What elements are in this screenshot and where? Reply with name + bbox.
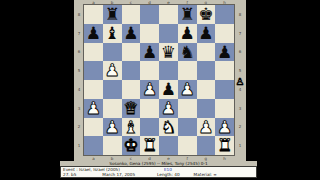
square-f5[interactable] <box>178 61 197 80</box>
material-status: Material: = <box>194 172 217 177</box>
square-d5[interactable] <box>140 61 159 80</box>
black-pawn: ♟ <box>178 24 197 43</box>
rank-label: 7 <box>234 24 246 43</box>
white-pawn: ♟ <box>140 80 159 99</box>
square-g8[interactable]: ♚ <box>197 5 216 24</box>
square-h4[interactable] <box>215 80 234 99</box>
square-g5[interactable] <box>197 61 216 80</box>
board: ♜♜♚♟♝♟♟♟♟♛♞♟♟♟♟♟♟♛♟♟♝♞♟♟♚♜♜ <box>84 5 234 155</box>
white-pawn: ♟ <box>215 118 234 137</box>
white-rook: ♜ <box>215 136 234 155</box>
current-move: 27. b5 <box>63 172 76 177</box>
square-f7[interactable]: ♟ <box>178 24 197 43</box>
black-pawn: ♟ <box>140 43 159 62</box>
square-a5[interactable] <box>84 61 103 80</box>
square-f1[interactable] <box>178 136 197 155</box>
rank-label: 6 <box>234 43 246 62</box>
black-queen: ♛ <box>159 43 178 62</box>
square-a1[interactable] <box>84 136 103 155</box>
white-pawn: ♟ <box>197 118 216 137</box>
black-king: ♚ <box>197 5 216 24</box>
square-d4[interactable]: ♟ <box>140 80 159 99</box>
black-pawn: ♟ <box>159 80 178 99</box>
square-h2[interactable]: ♟ <box>215 118 234 137</box>
white-knight: ♞ <box>159 118 178 137</box>
rank-label: 7 <box>74 24 84 43</box>
game-info-box: Event : Israel, Israel (2005) E10 27. b5… <box>60 166 257 178</box>
square-a4[interactable] <box>84 80 103 99</box>
white-pawn-icon: ♙ <box>234 75 246 88</box>
rank-label: 1 <box>74 136 84 155</box>
rank-label: 5 <box>74 61 84 80</box>
black-rook: ♜ <box>103 5 122 24</box>
square-a8[interactable] <box>84 5 103 24</box>
rank-label: 2 <box>234 118 246 137</box>
video-frame: { "game": "chess", "position": { "fen": … <box>0 0 320 180</box>
rank-label: 4 <box>74 80 84 99</box>
black-pawn: ♟ <box>197 24 216 43</box>
white-pawn: ♟ <box>159 99 178 118</box>
square-h6[interactable]: ♟ <box>215 43 234 62</box>
square-a3[interactable]: ♟ <box>84 99 103 118</box>
square-c5[interactable] <box>122 61 141 80</box>
square-d3[interactable] <box>140 99 159 118</box>
square-e1[interactable] <box>159 136 178 155</box>
square-h8[interactable] <box>215 5 234 24</box>
rank-label: 8 <box>234 5 246 24</box>
white-bishop: ♝ <box>122 118 141 137</box>
white-pawn: ♟ <box>103 118 122 137</box>
board-frame: abcdefgh 87654321 ♜♜♚♟♝♟♟♟♟♛♞♟♟♟♟♟♟♛♟♟♝♞… <box>74 0 246 161</box>
square-g3[interactable] <box>197 99 216 118</box>
square-h3[interactable] <box>215 99 234 118</box>
square-a2[interactable] <box>84 118 103 137</box>
rank-label: 1 <box>234 136 246 155</box>
rank-label: 6 <box>74 43 84 62</box>
black-pawn: ♟ <box>215 43 234 62</box>
square-h5[interactable] <box>215 61 234 80</box>
black-knight: ♞ <box>178 43 197 62</box>
square-g2[interactable]: ♟ <box>197 118 216 137</box>
black-bishop: ♝ <box>103 24 122 43</box>
rank-labels-left: 87654321 <box>74 5 84 155</box>
square-c8[interactable] <box>122 5 141 24</box>
white-king: ♚ <box>122 136 141 155</box>
black-rook: ♜ <box>178 5 197 24</box>
white-rook: ♜ <box>140 136 159 155</box>
rank-label: 3 <box>74 99 84 118</box>
square-e5[interactable] <box>159 61 178 80</box>
square-f8[interactable]: ♜ <box>178 5 197 24</box>
square-f6[interactable]: ♞ <box>178 43 197 62</box>
square-g4[interactable] <box>197 80 216 99</box>
square-h7[interactable] <box>215 24 234 43</box>
square-a6[interactable] <box>84 43 103 62</box>
white-queen: ♛ <box>122 99 141 118</box>
square-e4[interactable]: ♟ <box>159 80 178 99</box>
square-b4[interactable] <box>103 80 122 99</box>
square-d6[interactable]: ♟ <box>140 43 159 62</box>
square-e3[interactable]: ♟ <box>159 99 178 118</box>
black-pawn: ♟ <box>122 24 141 43</box>
square-e2[interactable]: ♞ <box>159 118 178 137</box>
square-b6[interactable] <box>103 43 122 62</box>
square-d1[interactable]: ♜ <box>140 136 159 155</box>
rank-label: 3 <box>234 99 246 118</box>
square-b2[interactable]: ♟ <box>103 118 122 137</box>
square-c2[interactable]: ♝ <box>122 118 141 137</box>
square-c7[interactable]: ♟ <box>122 24 141 43</box>
square-d2[interactable] <box>140 118 159 137</box>
game-length: Length: 40 <box>157 172 180 177</box>
square-b5[interactable]: ♟ <box>103 61 122 80</box>
white-pawn: ♟ <box>103 61 122 80</box>
square-f4[interactable]: ♟ <box>178 80 197 99</box>
rank-label: 2 <box>74 118 84 137</box>
square-e8[interactable] <box>159 5 178 24</box>
square-d7[interactable] <box>140 24 159 43</box>
square-g7[interactable]: ♟ <box>197 24 216 43</box>
square-c4[interactable] <box>122 80 141 99</box>
caption-bar: Sosonko, Gena (2595) -- Miles, Tony (254… <box>60 161 257 178</box>
square-f3[interactable] <box>178 99 197 118</box>
black-pawn: ♟ <box>84 24 103 43</box>
square-g6[interactable] <box>197 43 216 62</box>
square-h1[interactable]: ♜ <box>215 136 234 155</box>
square-f2[interactable] <box>178 118 197 137</box>
square-b1[interactable] <box>103 136 122 155</box>
square-b3[interactable] <box>103 99 122 118</box>
square-b7[interactable]: ♝ <box>103 24 122 43</box>
white-pawn: ♟ <box>178 80 197 99</box>
square-c1[interactable]: ♚ <box>122 136 141 155</box>
rank-label: 8 <box>74 5 84 24</box>
square-a7[interactable]: ♟ <box>84 24 103 43</box>
square-b8[interactable]: ♜ <box>103 5 122 24</box>
square-e6[interactable]: ♛ <box>159 43 178 62</box>
white-pawn: ♟ <box>84 99 103 118</box>
square-d8[interactable] <box>140 5 159 24</box>
square-c3[interactable]: ♛ <box>122 99 141 118</box>
square-c6[interactable] <box>122 43 141 62</box>
game-date: March 17, 2005 <box>102 172 135 177</box>
square-e7[interactable] <box>159 24 178 43</box>
square-g1[interactable] <box>197 136 216 155</box>
